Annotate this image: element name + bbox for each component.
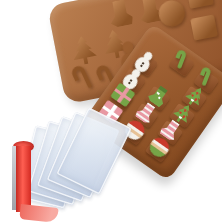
product-photo	[0, 0, 222, 222]
tray-cavity	[120, 120, 146, 145]
ribbon-strip	[16, 146, 31, 212]
tray-cavity	[169, 51, 195, 76]
chocolate-cane-green	[196, 66, 217, 88]
mold-bump-santa	[157, 0, 187, 29]
tray-cavity	[96, 103, 122, 128]
chocolate-cane-green	[171, 49, 192, 71]
mold-bump-tree	[68, 34, 100, 67]
ribbon-fold	[19, 204, 58, 222]
piping-bag	[18, 125, 82, 208]
mold-bump-gift	[190, 14, 218, 40]
piping-bag	[27, 121, 95, 206]
mold-bump-gift	[186, 0, 214, 8]
mold-bump-stocking	[106, 0, 135, 28]
ribbon-roll	[13, 141, 34, 152]
ribbon-spool-edge	[12, 146, 16, 210]
mold-bump-cane	[69, 61, 98, 92]
tray-cavity	[145, 137, 171, 162]
